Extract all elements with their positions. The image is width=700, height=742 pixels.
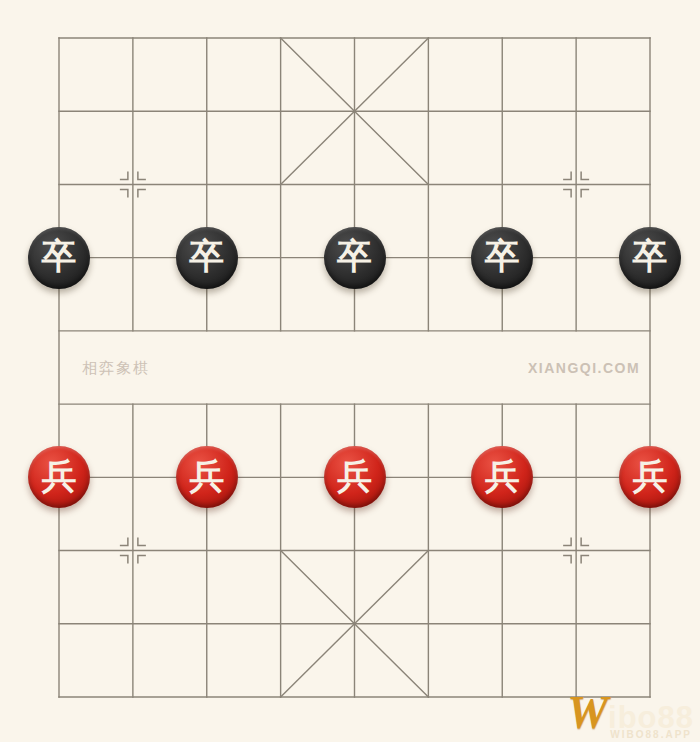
piece-glyph: 兵 (42, 459, 77, 494)
piece-red-soldier-i4[interactable]: 兵 (619, 446, 681, 508)
piece-glyph: 卒 (42, 239, 77, 274)
piece-glyph: 卒 (337, 239, 372, 274)
piece-black-soldier-g7[interactable]: 卒 (471, 227, 533, 289)
piece-red-soldier-e4[interactable]: 兵 (324, 446, 386, 508)
piece-red-soldier-a4[interactable]: 兵 (28, 446, 90, 508)
piece-red-soldier-c4[interactable]: 兵 (176, 446, 238, 508)
piece-black-soldier-i7[interactable]: 卒 (619, 227, 681, 289)
piece-red-soldier-g4[interactable]: 兵 (471, 446, 533, 508)
piece-glyph: 卒 (633, 239, 668, 274)
piece-black-soldier-e7[interactable]: 卒 (324, 227, 386, 289)
piece-glyph: 兵 (485, 459, 520, 494)
piece-black-soldier-a7[interactable]: 卒 (28, 227, 90, 289)
pieces-layer: 卒卒卒卒卒兵兵兵兵兵 (22, 1, 687, 733)
xiangqi-page: 相弈象棋 XIANGQI.COM 卒卒卒卒卒兵兵兵兵兵 Wibo88 WIBO8… (0, 0, 700, 742)
piece-glyph: 卒 (485, 239, 520, 274)
piece-glyph: 卒 (189, 239, 224, 274)
piece-black-soldier-c7[interactable]: 卒 (176, 227, 238, 289)
piece-glyph: 兵 (189, 459, 224, 494)
piece-glyph: 兵 (633, 459, 668, 494)
piece-glyph: 兵 (337, 459, 372, 494)
